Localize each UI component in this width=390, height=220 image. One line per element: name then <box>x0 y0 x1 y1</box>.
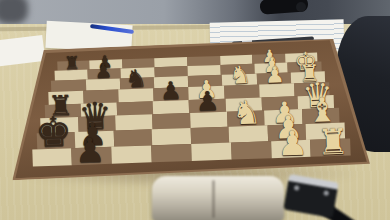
corner-shadow <box>0 0 28 24</box>
black-knight-piece: ♞ <box>125 67 148 92</box>
black-pawn-piece: ♟ <box>160 78 183 103</box>
black-rook-piece: ♜ <box>64 54 81 72</box>
white-knight-piece: ♞ <box>232 96 262 129</box>
white-pawn-piece: ♟ <box>277 127 308 162</box>
connector-screw <box>294 185 300 191</box>
black-pawn-piece: ♟ <box>94 61 112 81</box>
white-pawn-piece: ♟ <box>265 64 285 86</box>
tournament-photo: { "game": "chess", "position": "1k1r3r/p… <box>0 0 390 220</box>
black-pawn-piece: ♟ <box>74 134 105 169</box>
black-pawn-piece: ♟ <box>195 88 220 115</box>
clock-seam <box>212 180 215 218</box>
white-rook-piece: ♜ <box>316 124 349 161</box>
chess-clock <box>152 176 284 220</box>
chess-board: ♜♟♟♟♟♚♞♞♟♜♟♟♜♟♛♛♞♟♝♚♟♟♟♟♜ <box>8 38 372 182</box>
white-knight-piece: ♞ <box>229 63 252 88</box>
connector-screw <box>323 190 329 196</box>
pieces-layer: ♜♟♟♟♟♚♞♞♟♜♟♟♜♟♛♛♞♟♝♚♟♟♟♟♜ <box>8 38 372 182</box>
chair-knob <box>296 2 306 12</box>
black-king-piece: ♚ <box>34 111 72 153</box>
